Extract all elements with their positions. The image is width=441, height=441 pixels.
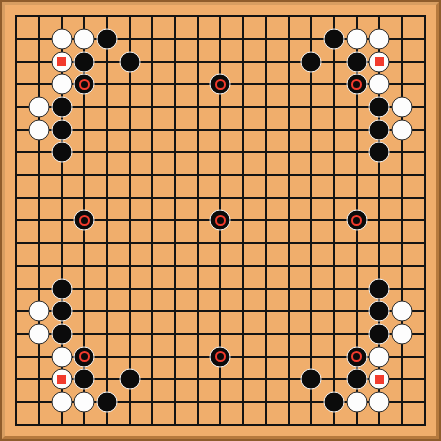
point-O15[interactable] (300, 96, 323, 119)
point-J5[interactable] (186, 323, 209, 346)
point-K1[interactable] (209, 413, 232, 436)
point-J18[interactable] (186, 28, 209, 51)
point-B16[interactable] (28, 73, 51, 96)
point-H7[interactable] (164, 277, 187, 300)
point-M19[interactable] (255, 5, 278, 28)
point-T13[interactable] (413, 141, 436, 164)
point-B4[interactable] (28, 345, 51, 368)
point-B3[interactable] (28, 368, 51, 391)
point-B15[interactable] (28, 96, 51, 119)
point-E11[interactable] (96, 186, 119, 209)
point-E14[interactable] (96, 118, 119, 141)
point-J17[interactable] (186, 50, 209, 73)
point-L18[interactable] (232, 28, 255, 51)
point-L14[interactable] (232, 118, 255, 141)
point-J7[interactable] (186, 277, 209, 300)
point-M8[interactable] (255, 255, 278, 278)
point-C6[interactable] (50, 300, 73, 323)
point-J8[interactable] (186, 255, 209, 278)
point-E16[interactable] (96, 73, 119, 96)
point-F5[interactable] (118, 323, 141, 346)
point-T2[interactable] (413, 391, 436, 414)
point-N6[interactable] (277, 300, 300, 323)
point-G11[interactable] (141, 186, 164, 209)
point-E9[interactable] (96, 232, 119, 255)
point-L10[interactable] (232, 209, 255, 232)
point-K14[interactable] (209, 118, 232, 141)
point-R5[interactable] (368, 323, 391, 346)
point-T17[interactable] (413, 50, 436, 73)
point-C19[interactable] (50, 5, 73, 28)
point-M13[interactable] (255, 141, 278, 164)
point-T16[interactable] (413, 73, 436, 96)
point-T6[interactable] (413, 300, 436, 323)
point-T14[interactable] (413, 118, 436, 141)
point-T9[interactable] (413, 232, 436, 255)
point-B19[interactable] (28, 5, 51, 28)
point-S8[interactable] (391, 255, 414, 278)
point-A6[interactable] (5, 300, 28, 323)
point-Q3[interactable] (345, 368, 368, 391)
point-E2[interactable] (96, 391, 119, 414)
point-S3[interactable] (391, 368, 414, 391)
point-H1[interactable] (164, 413, 187, 436)
point-D19[interactable] (73, 5, 96, 28)
point-T3[interactable] (413, 368, 436, 391)
point-F3[interactable] (118, 368, 141, 391)
point-B1[interactable] (28, 413, 51, 436)
point-Q2[interactable] (345, 391, 368, 414)
point-A4[interactable] (5, 345, 28, 368)
point-B2[interactable] (28, 391, 51, 414)
point-E3[interactable] (96, 368, 119, 391)
point-C4[interactable] (50, 345, 73, 368)
point-P13[interactable] (323, 141, 346, 164)
point-F8[interactable] (118, 255, 141, 278)
point-P6[interactable] (323, 300, 346, 323)
point-A15[interactable] (5, 96, 28, 119)
point-N1[interactable] (277, 413, 300, 436)
point-M4[interactable] (255, 345, 278, 368)
point-H11[interactable] (164, 186, 187, 209)
point-J19[interactable] (186, 5, 209, 28)
point-K6[interactable] (209, 300, 232, 323)
point-D1[interactable] (73, 413, 96, 436)
point-F9[interactable] (118, 232, 141, 255)
point-A18[interactable] (5, 28, 28, 51)
point-C12[interactable] (50, 164, 73, 187)
point-E7[interactable] (96, 277, 119, 300)
point-O3[interactable] (300, 368, 323, 391)
point-L17[interactable] (232, 50, 255, 73)
point-N15[interactable] (277, 96, 300, 119)
point-O18[interactable] (300, 28, 323, 51)
point-Q1[interactable] (345, 413, 368, 436)
point-M11[interactable] (255, 186, 278, 209)
point-J16[interactable] (186, 73, 209, 96)
point-H13[interactable] (164, 141, 187, 164)
point-A9[interactable] (5, 232, 28, 255)
point-H9[interactable] (164, 232, 187, 255)
point-S19[interactable] (391, 5, 414, 28)
point-A19[interactable] (5, 5, 28, 28)
point-N3[interactable] (277, 368, 300, 391)
point-B18[interactable] (28, 28, 51, 51)
point-O5[interactable] (300, 323, 323, 346)
point-D15[interactable] (73, 96, 96, 119)
point-P7[interactable] (323, 277, 346, 300)
point-A14[interactable] (5, 118, 28, 141)
point-S7[interactable] (391, 277, 414, 300)
point-J10[interactable] (186, 209, 209, 232)
point-H12[interactable] (164, 164, 187, 187)
point-D11[interactable] (73, 186, 96, 209)
point-S5[interactable] (391, 323, 414, 346)
point-D7[interactable] (73, 277, 96, 300)
point-C2[interactable] (50, 391, 73, 414)
point-P9[interactable] (323, 232, 346, 255)
point-S10[interactable] (391, 209, 414, 232)
point-K9[interactable] (209, 232, 232, 255)
point-D13[interactable] (73, 141, 96, 164)
point-R13[interactable] (368, 141, 391, 164)
point-L19[interactable] (232, 5, 255, 28)
point-H16[interactable] (164, 73, 187, 96)
point-H6[interactable] (164, 300, 187, 323)
point-C7[interactable] (50, 277, 73, 300)
point-H15[interactable] (164, 96, 187, 119)
point-S12[interactable] (391, 164, 414, 187)
point-P1[interactable] (323, 413, 346, 436)
point-R14[interactable] (368, 118, 391, 141)
point-A13[interactable] (5, 141, 28, 164)
point-O10[interactable] (300, 209, 323, 232)
point-S13[interactable] (391, 141, 414, 164)
point-Q14[interactable] (345, 118, 368, 141)
point-S2[interactable] (391, 391, 414, 414)
point-R12[interactable] (368, 164, 391, 187)
point-Q16[interactable] (345, 73, 368, 96)
point-R18[interactable] (368, 28, 391, 51)
point-H19[interactable] (164, 5, 187, 28)
point-O19[interactable] (300, 5, 323, 28)
point-Q9[interactable] (345, 232, 368, 255)
point-J9[interactable] (186, 232, 209, 255)
point-M5[interactable] (255, 323, 278, 346)
point-K4[interactable] (209, 345, 232, 368)
point-R7[interactable] (368, 277, 391, 300)
point-L3[interactable] (232, 368, 255, 391)
point-D12[interactable] (73, 164, 96, 187)
point-S17[interactable] (391, 50, 414, 73)
point-L11[interactable] (232, 186, 255, 209)
point-Q13[interactable] (345, 141, 368, 164)
point-R6[interactable] (368, 300, 391, 323)
point-A3[interactable] (5, 368, 28, 391)
point-O1[interactable] (300, 413, 323, 436)
point-C9[interactable] (50, 232, 73, 255)
point-N4[interactable] (277, 345, 300, 368)
point-F2[interactable] (118, 391, 141, 414)
point-O4[interactable] (300, 345, 323, 368)
point-T19[interactable] (413, 5, 436, 28)
point-H2[interactable] (164, 391, 187, 414)
point-R3[interactable] (368, 368, 391, 391)
point-Q19[interactable] (345, 5, 368, 28)
point-N13[interactable] (277, 141, 300, 164)
point-S6[interactable] (391, 300, 414, 323)
point-K19[interactable] (209, 5, 232, 28)
point-E5[interactable] (96, 323, 119, 346)
point-Q5[interactable] (345, 323, 368, 346)
point-P16[interactable] (323, 73, 346, 96)
point-O12[interactable] (300, 164, 323, 187)
point-M18[interactable] (255, 28, 278, 51)
point-N10[interactable] (277, 209, 300, 232)
point-O2[interactable] (300, 391, 323, 414)
point-J11[interactable] (186, 186, 209, 209)
point-G4[interactable] (141, 345, 164, 368)
point-F11[interactable] (118, 186, 141, 209)
point-M12[interactable] (255, 164, 278, 187)
point-N19[interactable] (277, 5, 300, 28)
point-F4[interactable] (118, 345, 141, 368)
point-H3[interactable] (164, 368, 187, 391)
point-T15[interactable] (413, 96, 436, 119)
point-J15[interactable] (186, 96, 209, 119)
point-F16[interactable] (118, 73, 141, 96)
point-G5[interactable] (141, 323, 164, 346)
point-N16[interactable] (277, 73, 300, 96)
point-F15[interactable] (118, 96, 141, 119)
point-N2[interactable] (277, 391, 300, 414)
point-S16[interactable] (391, 73, 414, 96)
point-K10[interactable] (209, 209, 232, 232)
point-P8[interactable] (323, 255, 346, 278)
point-B17[interactable] (28, 50, 51, 73)
point-C8[interactable] (50, 255, 73, 278)
point-B13[interactable] (28, 141, 51, 164)
point-B8[interactable] (28, 255, 51, 278)
point-R4[interactable] (368, 345, 391, 368)
point-M2[interactable] (255, 391, 278, 414)
point-E6[interactable] (96, 300, 119, 323)
point-D4[interactable] (73, 345, 96, 368)
point-C15[interactable] (50, 96, 73, 119)
point-H8[interactable] (164, 255, 187, 278)
point-G15[interactable] (141, 96, 164, 119)
point-H17[interactable] (164, 50, 187, 73)
point-Q7[interactable] (345, 277, 368, 300)
point-H18[interactable] (164, 28, 187, 51)
point-B5[interactable] (28, 323, 51, 346)
point-L15[interactable] (232, 96, 255, 119)
point-N9[interactable] (277, 232, 300, 255)
point-M7[interactable] (255, 277, 278, 300)
point-L1[interactable] (232, 413, 255, 436)
point-A10[interactable] (5, 209, 28, 232)
point-E4[interactable] (96, 345, 119, 368)
point-M17[interactable] (255, 50, 278, 73)
point-T18[interactable] (413, 28, 436, 51)
point-M3[interactable] (255, 368, 278, 391)
point-T10[interactable] (413, 209, 436, 232)
point-O6[interactable] (300, 300, 323, 323)
point-Q12[interactable] (345, 164, 368, 187)
point-K15[interactable] (209, 96, 232, 119)
point-Q6[interactable] (345, 300, 368, 323)
point-D5[interactable] (73, 323, 96, 346)
point-G7[interactable] (141, 277, 164, 300)
point-P4[interactable] (323, 345, 346, 368)
point-T8[interactable] (413, 255, 436, 278)
point-Q4[interactable] (345, 345, 368, 368)
point-H10[interactable] (164, 209, 187, 232)
point-P14[interactable] (323, 118, 346, 141)
point-E12[interactable] (96, 164, 119, 187)
point-B6[interactable] (28, 300, 51, 323)
point-F13[interactable] (118, 141, 141, 164)
point-M9[interactable] (255, 232, 278, 255)
point-C17[interactable] (50, 50, 73, 73)
point-L13[interactable] (232, 141, 255, 164)
point-A17[interactable] (5, 50, 28, 73)
point-G14[interactable] (141, 118, 164, 141)
point-N11[interactable] (277, 186, 300, 209)
point-S18[interactable] (391, 28, 414, 51)
point-Q11[interactable] (345, 186, 368, 209)
point-M6[interactable] (255, 300, 278, 323)
point-B10[interactable] (28, 209, 51, 232)
point-S14[interactable] (391, 118, 414, 141)
point-T11[interactable] (413, 186, 436, 209)
point-Q8[interactable] (345, 255, 368, 278)
point-P11[interactable] (323, 186, 346, 209)
point-O9[interactable] (300, 232, 323, 255)
point-F12[interactable] (118, 164, 141, 187)
point-L9[interactable] (232, 232, 255, 255)
point-J14[interactable] (186, 118, 209, 141)
point-J4[interactable] (186, 345, 209, 368)
point-M14[interactable] (255, 118, 278, 141)
point-P19[interactable] (323, 5, 346, 28)
point-O7[interactable] (300, 277, 323, 300)
point-E15[interactable] (96, 96, 119, 119)
point-F19[interactable] (118, 5, 141, 28)
point-D3[interactable] (73, 368, 96, 391)
point-C1[interactable] (50, 413, 73, 436)
point-C10[interactable] (50, 209, 73, 232)
point-K7[interactable] (209, 277, 232, 300)
point-A16[interactable] (5, 73, 28, 96)
point-G6[interactable] (141, 300, 164, 323)
point-T1[interactable] (413, 413, 436, 436)
point-R2[interactable] (368, 391, 391, 414)
point-O13[interactable] (300, 141, 323, 164)
point-G1[interactable] (141, 413, 164, 436)
point-A2[interactable] (5, 391, 28, 414)
point-C14[interactable] (50, 118, 73, 141)
point-H5[interactable] (164, 323, 187, 346)
point-O16[interactable] (300, 73, 323, 96)
point-D14[interactable] (73, 118, 96, 141)
point-F17[interactable] (118, 50, 141, 73)
point-O11[interactable] (300, 186, 323, 209)
point-L5[interactable] (232, 323, 255, 346)
point-O14[interactable] (300, 118, 323, 141)
point-K3[interactable] (209, 368, 232, 391)
point-K11[interactable] (209, 186, 232, 209)
point-A5[interactable] (5, 323, 28, 346)
point-R15[interactable] (368, 96, 391, 119)
point-B14[interactable] (28, 118, 51, 141)
point-L2[interactable] (232, 391, 255, 414)
point-F6[interactable] (118, 300, 141, 323)
point-P5[interactable] (323, 323, 346, 346)
point-K17[interactable] (209, 50, 232, 73)
point-G8[interactable] (141, 255, 164, 278)
point-N5[interactable] (277, 323, 300, 346)
point-R9[interactable] (368, 232, 391, 255)
point-P10[interactable] (323, 209, 346, 232)
point-K5[interactable] (209, 323, 232, 346)
point-C18[interactable] (50, 28, 73, 51)
point-O8[interactable] (300, 255, 323, 278)
point-K13[interactable] (209, 141, 232, 164)
point-J2[interactable] (186, 391, 209, 414)
point-K16[interactable] (209, 73, 232, 96)
point-E10[interactable] (96, 209, 119, 232)
point-F7[interactable] (118, 277, 141, 300)
point-R1[interactable] (368, 413, 391, 436)
point-G10[interactable] (141, 209, 164, 232)
point-M1[interactable] (255, 413, 278, 436)
point-F18[interactable] (118, 28, 141, 51)
point-L4[interactable] (232, 345, 255, 368)
point-G3[interactable] (141, 368, 164, 391)
point-E8[interactable] (96, 255, 119, 278)
point-G9[interactable] (141, 232, 164, 255)
point-R17[interactable] (368, 50, 391, 73)
point-P18[interactable] (323, 28, 346, 51)
point-A8[interactable] (5, 255, 28, 278)
point-D17[interactable] (73, 50, 96, 73)
point-K8[interactable] (209, 255, 232, 278)
point-D9[interactable] (73, 232, 96, 255)
point-N18[interactable] (277, 28, 300, 51)
point-H14[interactable] (164, 118, 187, 141)
point-S1[interactable] (391, 413, 414, 436)
point-Q15[interactable] (345, 96, 368, 119)
point-P3[interactable] (323, 368, 346, 391)
point-N8[interactable] (277, 255, 300, 278)
point-M15[interactable] (255, 96, 278, 119)
point-F14[interactable] (118, 118, 141, 141)
point-E1[interactable] (96, 413, 119, 436)
point-R10[interactable] (368, 209, 391, 232)
point-O17[interactable] (300, 50, 323, 73)
point-J1[interactable] (186, 413, 209, 436)
point-G16[interactable] (141, 73, 164, 96)
point-Q17[interactable] (345, 50, 368, 73)
point-T5[interactable] (413, 323, 436, 346)
point-L7[interactable] (232, 277, 255, 300)
point-R16[interactable] (368, 73, 391, 96)
point-E17[interactable] (96, 50, 119, 73)
point-B12[interactable] (28, 164, 51, 187)
point-E18[interactable] (96, 28, 119, 51)
point-H4[interactable] (164, 345, 187, 368)
